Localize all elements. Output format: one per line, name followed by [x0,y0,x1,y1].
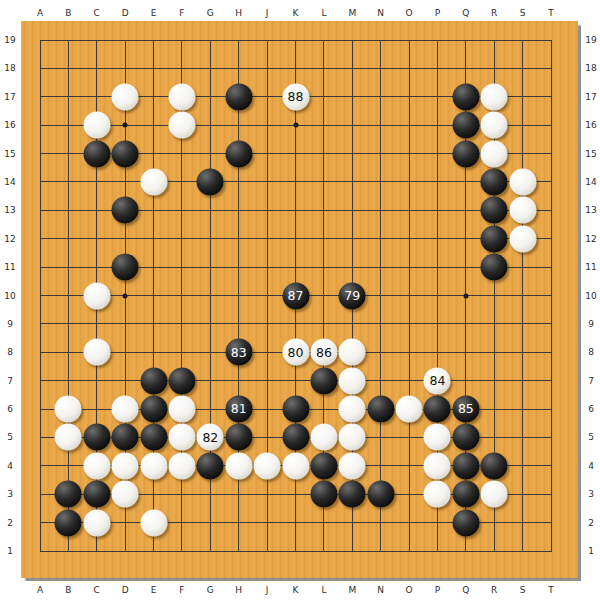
stone-white-F6[interactable] [168,396,195,423]
column-label-top-Q: Q [462,8,469,18]
row-label-right-2: 2 [588,518,594,528]
grid-line-vertical [409,40,410,553]
grid-line-horizontal [40,551,553,553]
column-label-top-E: E [151,8,157,18]
stone-white-D4[interactable] [112,452,139,479]
stone-white-D3[interactable] [112,481,139,508]
stone-black-C5[interactable] [83,424,110,451]
grid-line-horizontal [40,380,553,381]
stone-black-E6[interactable] [140,396,167,423]
row-label-left-1: 1 [7,546,13,556]
stone-white-P4[interactable] [424,452,451,479]
stone-white-P5[interactable] [424,424,451,451]
star-point-D10 [123,293,128,298]
stone-black-Q6[interactable]: 85 [452,396,479,423]
stone-black-D5[interactable] [112,424,139,451]
stone-black-H15[interactable] [225,140,252,167]
stone-black-Q16[interactable] [452,112,479,139]
row-label-right-14: 14 [585,177,596,187]
stone-black-G4[interactable] [197,452,224,479]
column-label-bottom-A: A [37,585,43,595]
stone-white-C10[interactable] [83,282,110,309]
move-number-81: 81 [231,403,247,416]
column-label-bottom-D: D [122,585,129,595]
row-label-left-7: 7 [7,376,13,386]
stone-white-F5[interactable] [168,424,195,451]
stone-black-K6[interactable] [282,396,309,423]
stone-black-C3[interactable] [83,481,110,508]
column-label-bottom-P: P [435,585,440,595]
row-label-left-6: 6 [7,404,13,414]
stone-black-E7[interactable] [140,367,167,394]
column-label-bottom-R: R [491,585,497,595]
stone-black-H17[interactable] [225,83,252,110]
column-label-top-O: O [406,8,413,18]
stone-black-L3[interactable] [310,481,337,508]
stone-white-C16[interactable] [83,112,110,139]
stone-black-G14[interactable] [197,168,224,195]
stone-white-D17[interactable] [112,83,139,110]
column-label-top-C: C [94,8,100,18]
stone-white-E14[interactable] [140,168,167,195]
go-diagram: AABBCCDDEEFFGGHHJJKKLLMMNNOOPPQQRRSSTT19… [0,0,600,600]
stone-white-R15[interactable] [481,140,508,167]
stone-white-C8[interactable] [83,339,110,366]
row-label-left-14: 14 [4,177,15,187]
column-label-bottom-H: H [235,585,242,595]
move-number-83: 83 [231,346,247,359]
row-label-left-5: 5 [7,432,13,442]
column-label-top-S: S [520,8,526,18]
stone-black-H5[interactable] [225,424,252,451]
stone-black-H8[interactable]: 83 [225,339,252,366]
stone-white-F16[interactable] [168,112,195,139]
row-label-right-7: 7 [588,376,594,386]
stone-black-C15[interactable] [83,140,110,167]
stone-black-N6[interactable] [367,396,394,423]
stone-white-H4[interactable] [225,452,252,479]
stone-white-M5[interactable] [339,424,366,451]
stone-black-Q5[interactable] [452,424,479,451]
column-label-top-H: H [235,8,242,18]
stone-black-D11[interactable] [112,254,139,281]
row-label-right-19: 19 [585,35,596,45]
stone-black-R11[interactable] [481,254,508,281]
stone-black-K5[interactable] [282,424,309,451]
stone-black-K10[interactable]: 87 [282,282,309,309]
row-label-right-10: 10 [585,291,596,301]
stone-black-D13[interactable] [112,197,139,224]
stone-white-K8[interactable]: 80 [282,339,309,366]
stone-black-R13[interactable] [481,197,508,224]
column-label-bottom-N: N [377,585,384,595]
stone-white-M6[interactable] [339,396,366,423]
move-number-84: 84 [430,374,446,387]
stone-white-B5[interactable] [55,424,82,451]
column-label-bottom-B: B [65,585,71,595]
stone-white-F4[interactable] [168,452,195,479]
column-label-bottom-F: F [179,585,184,595]
stone-white-R16[interactable] [481,112,508,139]
stone-white-E2[interactable] [140,509,167,536]
stone-white-E4[interactable] [140,452,167,479]
column-label-bottom-Q: Q [462,585,469,595]
stone-white-M8[interactable] [339,339,366,366]
star-point-D16 [123,123,128,128]
column-label-bottom-C: C [94,585,100,595]
stone-white-D6[interactable] [112,396,139,423]
stone-black-F7[interactable] [168,367,195,394]
stone-black-P6[interactable] [424,396,451,423]
stone-black-R12[interactable] [481,225,508,252]
row-label-right-15: 15 [585,149,596,159]
stone-white-L8[interactable]: 86 [310,339,337,366]
row-label-right-18: 18 [585,63,596,73]
column-label-bottom-J: J [266,585,269,595]
row-label-left-2: 2 [7,518,13,528]
row-label-left-16: 16 [4,120,15,130]
stone-black-Q4[interactable] [452,452,479,479]
row-label-right-9: 9 [588,319,594,329]
row-label-left-10: 10 [4,291,15,301]
stone-black-D15[interactable] [112,140,139,167]
row-label-left-8: 8 [7,347,13,357]
star-point-Q10 [463,293,468,298]
stone-black-R4[interactable] [481,452,508,479]
row-label-right-12: 12 [585,234,596,244]
row-label-right-4: 4 [588,461,594,471]
column-label-top-B: B [65,8,71,18]
move-number-85: 85 [458,403,474,416]
column-label-top-A: A [37,8,43,18]
grid-line-horizontal [40,323,553,324]
grid-line-vertical [380,40,381,553]
column-label-top-N: N [377,8,384,18]
row-label-right-13: 13 [585,205,596,215]
stone-black-B2[interactable] [55,509,82,536]
stone-black-E5[interactable] [140,424,167,451]
row-label-right-5: 5 [588,432,594,442]
column-label-top-D: D [122,8,129,18]
row-label-left-12: 12 [4,234,15,244]
stone-white-G5[interactable]: 82 [197,424,224,451]
stone-white-F17[interactable] [168,83,195,110]
move-number-80: 80 [288,346,304,359]
row-label-left-19: 19 [4,35,15,45]
column-label-top-R: R [491,8,497,18]
grid-line-vertical [551,40,553,553]
column-label-bottom-L: L [321,585,326,595]
column-label-bottom-T: T [548,585,554,595]
column-label-bottom-G: G [207,585,214,595]
stone-white-R3[interactable] [481,481,508,508]
stone-white-K4[interactable] [282,452,309,479]
row-label-right-6: 6 [588,404,594,414]
stone-white-R17[interactable] [481,83,508,110]
move-number-86: 86 [316,346,332,359]
stone-black-Q3[interactable] [452,481,479,508]
row-label-left-15: 15 [4,149,15,159]
row-label-left-9: 9 [7,319,13,329]
stone-white-S13[interactable] [509,197,536,224]
row-label-right-17: 17 [585,92,596,102]
stone-white-M7[interactable] [339,367,366,394]
column-label-bottom-E: E [151,585,157,595]
stone-white-M4[interactable] [339,452,366,479]
stone-white-O6[interactable] [396,396,423,423]
stone-black-L4[interactable] [310,452,337,479]
row-label-left-4: 4 [7,461,13,471]
stone-white-L5[interactable] [310,424,337,451]
column-label-top-K: K [293,8,299,18]
stone-black-Q15[interactable] [452,140,479,167]
row-label-left-17: 17 [4,92,15,102]
stone-black-H6[interactable]: 81 [225,396,252,423]
column-label-top-J: J [266,8,269,18]
row-label-right-1: 1 [588,546,594,556]
column-label-bottom-M: M [348,585,356,595]
stone-white-P3[interactable] [424,481,451,508]
stone-black-M3[interactable] [339,481,366,508]
stone-black-R14[interactable] [481,168,508,195]
row-label-right-16: 16 [585,120,596,130]
move-number-82: 82 [202,431,218,444]
row-label-right-8: 8 [588,347,594,357]
stone-black-B3[interactable] [55,481,82,508]
move-number-88: 88 [288,91,304,104]
star-point-K16 [293,123,298,128]
stone-black-Q2[interactable] [452,509,479,536]
stone-white-S14[interactable] [509,168,536,195]
column-label-top-G: G [207,8,214,18]
column-label-top-P: P [435,8,440,18]
stone-black-N3[interactable] [367,481,394,508]
stone-white-S12[interactable] [509,225,536,252]
row-label-left-18: 18 [4,63,15,73]
move-number-79: 79 [344,289,360,302]
row-label-right-3: 3 [588,489,594,499]
column-label-top-T: T [548,8,554,18]
stone-black-M10[interactable]: 79 [339,282,366,309]
stone-white-B6[interactable] [55,396,82,423]
stone-black-L7[interactable] [310,367,337,394]
stone-white-P7[interactable]: 84 [424,367,451,394]
column-label-top-M: M [348,8,356,18]
stone-white-C2[interactable] [83,509,110,536]
column-label-bottom-S: S [520,585,526,595]
column-label-bottom-O: O [406,585,413,595]
stone-black-Q17[interactable] [452,83,479,110]
column-label-top-F: F [179,8,184,18]
row-label-left-13: 13 [4,205,15,215]
move-number-87: 87 [288,289,304,302]
row-label-left-3: 3 [7,489,13,499]
stone-white-C4[interactable] [83,452,110,479]
stone-white-K17[interactable]: 88 [282,83,309,110]
grid-line-vertical [522,40,523,553]
row-label-right-11: 11 [585,262,596,272]
row-label-left-11: 11 [4,262,15,272]
stone-white-J4[interactable] [254,452,281,479]
column-label-top-L: L [321,8,326,18]
column-label-bottom-K: K [293,585,299,595]
